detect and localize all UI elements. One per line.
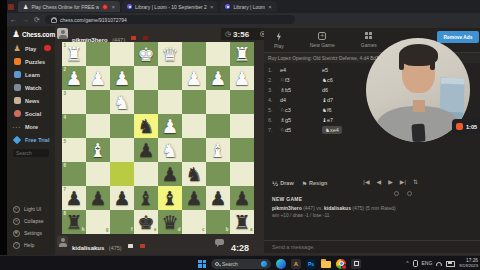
square-d3[interactable] <box>158 90 182 114</box>
square-b8[interactable]: b <box>206 210 230 234</box>
taskbar-date: 9/19/2023 <box>459 264 478 269</box>
square-f4[interactable] <box>110 114 134 138</box>
half-point-icon: ½ <box>272 180 278 187</box>
tab-loom-2[interactable]: Library | Loom × <box>220 1 276 12</box>
windows-start-icon[interactable] <box>198 260 206 268</box>
black-bishop-e7[interactable]: ♝ <box>134 186 158 210</box>
black-pawn-b7[interactable]: ♟ <box>206 186 230 210</box>
square-e2[interactable] <box>134 66 158 90</box>
white-move[interactable]: ♘c3 <box>280 107 322 113</box>
white-move[interactable]: ♘d5 <box>280 127 322 133</box>
white-bishop-g5[interactable]: ♝ <box>86 138 110 162</box>
square-f2[interactable]: ♟ <box>110 66 134 90</box>
top-clock-time: 3:56 <box>233 30 249 39</box>
rank-label: 6 <box>64 164 67 169</box>
recording-indicator-icon <box>102 4 108 10</box>
streamer-hair-side <box>399 56 404 70</box>
puzzle-icon <box>13 58 21 66</box>
white-pawn-d4[interactable]: ♟ <box>158 114 182 138</box>
learn-icon <box>13 71 21 79</box>
square-c1[interactable] <box>182 42 206 66</box>
square-a3[interactable] <box>230 90 254 114</box>
square-b2[interactable]: ♟ <box>206 66 230 90</box>
white-move[interactable]: ♘f3 <box>280 77 322 83</box>
white-bishop-b5[interactable]: ♝ <box>206 138 230 162</box>
stop-recording-icon[interactable] <box>456 123 463 130</box>
square-h7[interactable]: 7♟ <box>62 186 86 210</box>
remove-ads-button[interactable]: Remove Ads <box>437 31 479 43</box>
sidebar-item-light-ui[interactable]: ◐Light UI <box>7 203 55 215</box>
white-king-e1[interactable]: ♚ <box>134 42 158 66</box>
move-number: 7. <box>268 127 280 133</box>
new-game-header: NEW GAME <box>272 196 472 202</box>
square-g3[interactable] <box>86 90 110 114</box>
lightning-icon <box>276 32 282 41</box>
white-move[interactable]: ♗g5 <box>280 117 322 123</box>
screen: ♟ Play Chess Online for FREE w × Library… <box>0 0 480 270</box>
square-e1[interactable]: ♚ <box>134 42 158 66</box>
square-h1[interactable]: 1♜ <box>62 42 86 66</box>
square-c6[interactable]: ♞ <box>182 162 206 186</box>
square-f8[interactable]: f <box>110 210 134 234</box>
rating-odds: win +10 / draw -1 / lose -11 <box>272 213 472 218</box>
logo-text: Chess.com <box>22 31 55 38</box>
refresh-icon[interactable]: ⟳ <box>34 16 40 23</box>
sidebar-item-help[interactable]: ?Help <box>7 239 55 251</box>
square-d2[interactable] <box>158 66 182 90</box>
square-g2[interactable]: ♟ <box>86 66 110 90</box>
bottom-player-clock: 4:28 <box>231 237 249 255</box>
recording-widget: 1:05 <box>452 119 480 134</box>
url-text: chess.com/game/9191072794 <box>60 17 127 23</box>
black-pawn-f7[interactable]: ♟ <box>110 186 134 210</box>
move-number: 6. <box>268 117 280 123</box>
rank-label: 5 <box>64 140 67 145</box>
language-indicator[interactable]: ENG <box>422 261 433 266</box>
browser-tab-bar: ♟ Play Chess Online for FREE w × Library… <box>0 0 480 13</box>
white-pawn-a2[interactable]: ♟ <box>230 66 254 90</box>
black-pawn-d6[interactable]: ♟ <box>158 162 182 186</box>
black-move[interactable]: d6 <box>322 87 368 93</box>
bottom-player-name[interactable]: kidalisakus <box>72 245 104 251</box>
move-nav-icons: |◀ ◀ ▶ ▶| ⇅ <box>363 178 418 185</box>
square-c2[interactable]: ♟ <box>182 66 206 90</box>
time-control: (5 min Rated) <box>365 205 395 211</box>
square-d6[interactable]: ♟ <box>158 162 182 186</box>
black-move[interactable]: ♞f6 <box>322 107 368 113</box>
system-tray: ^ ENG 17:26 9/19/2023 <box>406 256 478 270</box>
close-tab-icon[interactable]: × <box>210 4 214 10</box>
taskbar: Search A Ps ^ ENG 17:26 9/19/2023 <box>0 255 480 270</box>
square-d5[interactable]: ♞ <box>158 138 182 162</box>
prev-move-icon[interactable]: ◀ <box>377 178 382 185</box>
sidebar-item-news[interactable]: News <box>7 94 55 107</box>
square-a8[interactable]: a♜ <box>230 210 254 234</box>
chess-board: 1♜♚♛♜2♟♟♟♟♟♟3♞4♞♟5♝♟♞♝6♟♞7♟♟♟♝♝♟♟♟8h♜gfe… <box>62 42 254 234</box>
sidebar-item-watch[interactable]: Watch <box>7 81 55 94</box>
edge-icon[interactable] <box>276 259 286 269</box>
square-b1[interactable] <box>206 42 230 66</box>
white-queen-d1[interactable]: ♛ <box>158 42 182 66</box>
chat-input[interactable]: Send a message. <box>264 240 480 253</box>
tab-chess[interactable]: ♟ Play Chess Online for FREE w × <box>18 1 120 12</box>
move-number: 5. <box>268 107 280 113</box>
square-c3[interactable] <box>182 90 206 114</box>
square-a2[interactable]: ♟ <box>230 66 254 90</box>
black-pawn-h7[interactable]: ♟ <box>62 186 86 210</box>
bottom-player-flag2-icon <box>140 244 145 248</box>
sidebar-item-play[interactable]: ♟Play <box>7 42 55 55</box>
taskbar-search-input[interactable]: Search <box>211 259 271 269</box>
square-h4[interactable]: 4 <box>62 114 86 138</box>
square-c8[interactable]: c <box>182 210 206 234</box>
square-h8[interactable]: 8h♜ <box>62 210 86 234</box>
white-pawn-b2[interactable]: ♟ <box>206 66 230 90</box>
light-ui-icon: ◐ <box>13 206 20 213</box>
flip-board-icon[interactable]: ⇅ <box>413 178 418 185</box>
file-explorer-icon[interactable] <box>321 259 331 269</box>
square-d4[interactable]: ♟ <box>158 114 182 138</box>
tab-title: Library | Loom <box>233 4 265 10</box>
tab-title: Play Chess Online for FREE w <box>31 4 99 10</box>
pawn-icon: ♟ <box>13 45 21 53</box>
square-f1[interactable] <box>110 42 134 66</box>
tab-games[interactable]: Games <box>361 32 377 49</box>
square-e3[interactable] <box>134 90 158 114</box>
streamer-hair-side <box>430 56 435 70</box>
resign-flag-icon: ⚑ <box>302 180 307 187</box>
square-b3[interactable] <box>206 90 230 114</box>
square-h5[interactable]: 5 <box>62 138 86 162</box>
white-move[interactable]: ♗b5 <box>280 87 322 93</box>
square-f6[interactable] <box>110 162 134 186</box>
app-icon-a[interactable]: A <box>291 259 301 269</box>
square-e8[interactable]: e♚ <box>134 210 158 234</box>
sidebar-item-free-trial[interactable]: Free Trial <box>7 133 55 146</box>
square-e4[interactable]: ♞ <box>134 114 158 138</box>
collapse-icon: « <box>13 218 20 225</box>
black-knight-c6[interactable]: ♞ <box>182 162 206 186</box>
microphone <box>411 124 425 142</box>
more-icon: ··· <box>13 123 21 131</box>
move-number: 4. <box>268 97 280 103</box>
grid-icon <box>365 32 373 40</box>
tray-mic-icon[interactable] <box>413 260 418 267</box>
file-label: f <box>131 228 133 233</box>
lock-icon <box>51 18 57 23</box>
white-rook-h1[interactable]: ♜ <box>62 42 86 66</box>
square-c4[interactable] <box>182 114 206 138</box>
square-b5[interactable]: ♝ <box>206 138 230 162</box>
bottom-player-rating: (475) <box>109 245 122 251</box>
square-g5[interactable]: ♝ <box>86 138 110 162</box>
white-knight-d5[interactable]: ♞ <box>158 138 182 162</box>
help-icon: ? <box>13 242 20 249</box>
square-g1[interactable] <box>86 42 110 66</box>
social-icon <box>13 110 21 118</box>
chat-bubble-icon[interactable] <box>215 239 224 245</box>
black-move[interactable]: e5 <box>322 67 368 73</box>
square-h3[interactable]: 3 <box>62 90 86 114</box>
url-field[interactable]: chess.com/game/9191072794 <box>45 15 295 24</box>
resign-button[interactable]: ⚑ Resign <box>302 180 328 187</box>
white-pawn-f2[interactable]: ♟ <box>110 66 134 90</box>
draw-button[interactable]: ½ Draw <box>272 180 294 187</box>
taskbar-clock[interactable]: 17:26 9/19/2023 <box>459 258 478 268</box>
white-pawn-g2[interactable]: ♟ <box>86 66 110 90</box>
recording-time: 1:05 <box>466 124 477 130</box>
sidebar-items: ♟PlayPuzzlesLearnWatchNewsSocial···MoreF… <box>7 42 55 146</box>
square-b6[interactable] <box>206 162 230 186</box>
white-pawn-h2[interactable]: ♟ <box>62 66 86 90</box>
square-d7[interactable]: ♝ <box>158 186 182 210</box>
square-h2[interactable]: 2♟ <box>62 66 86 90</box>
rank-label: 3 <box>64 92 67 97</box>
gear-icon: ✱ <box>13 230 20 237</box>
tab-play[interactable]: Play <box>274 32 284 49</box>
sidebar: ♟ Chess.com ♟PlayPuzzlesLearnWatchNewsSo… <box>7 26 55 255</box>
streamer-neck <box>413 100 425 112</box>
black-rook-h8[interactable]: ♜ <box>62 210 86 234</box>
loom-favicon <box>127 4 132 9</box>
tab-title: Library | Loom - 10 September 2 <box>135 4 207 10</box>
square-b4[interactable] <box>206 114 230 138</box>
snipping-tool-icon[interactable] <box>351 259 361 269</box>
tab-loom-1[interactable]: Library | Loom - 10 September 2 × <box>122 1 218 12</box>
move-number: 2. <box>268 77 280 83</box>
news-icon <box>13 97 21 105</box>
black-move[interactable]: ♞xe4 <box>322 127 368 133</box>
square-g7[interactable]: ♟ <box>86 186 110 210</box>
black-rook-a8[interactable]: ♜ <box>230 210 254 234</box>
loom-favicon <box>225 4 230 9</box>
address-bar: ← → ⟳ chess.com/game/9191072794 <box>0 13 480 26</box>
sidebar-item-more[interactable]: ···More <box>7 120 55 133</box>
black-pawn-e5[interactable]: ♟ <box>134 138 158 162</box>
matchup-line: pikmin3hero (447) vs. kidalisakus (475) … <box>272 205 472 211</box>
chesscom-logo[interactable]: ♟ Chess.com <box>7 26 55 42</box>
black-bishop-d7[interactable]: ♝ <box>158 186 182 210</box>
chess-pawn-favicon: ♟ <box>23 4 28 10</box>
square-a4[interactable] <box>230 114 254 138</box>
black-knight-e4[interactable]: ♞ <box>134 114 158 138</box>
white-move[interactable]: d4 <box>280 97 322 103</box>
square-a7[interactable]: ♟ <box>230 186 254 210</box>
search-icon <box>215 262 219 266</box>
last-move-icon[interactable]: ▶| <box>400 178 406 185</box>
bing-icon <box>261 261 267 267</box>
white-rook-a1[interactable]: ♜ <box>230 42 254 66</box>
move-number: 3. <box>268 87 280 93</box>
file-label: g <box>106 228 109 233</box>
close-tab-icon[interactable]: × <box>268 4 272 10</box>
rank-label: 4 <box>64 116 67 121</box>
sidebar-item-social[interactable]: Social <box>7 107 55 120</box>
black-pawn-c7[interactable]: ♟ <box>182 186 206 210</box>
square-a5[interactable] <box>230 138 254 162</box>
new-game-summary: NEW GAME pikmin3hero (447) vs. kidalisak… <box>272 196 472 218</box>
black-move[interactable]: ♝e7 <box>322 117 368 123</box>
bottom-player-flag-icon <box>128 244 133 248</box>
photoshop-icon[interactable]: Ps <box>306 259 316 269</box>
square-a1[interactable]: ♜ <box>230 42 254 66</box>
tab-new-game[interactable]: + New Game <box>310 32 335 49</box>
square-f7[interactable]: ♟ <box>110 186 134 210</box>
plus-icon: + <box>318 32 326 40</box>
watch-icon <box>13 84 21 92</box>
forward-icon[interactable]: → <box>22 16 29 23</box>
wifi-icon[interactable] <box>436 262 442 266</box>
sidebar-item-learn[interactable]: Learn <box>7 68 55 81</box>
square-f3[interactable]: ♞ <box>110 90 134 114</box>
white-move[interactable]: e4 <box>280 67 322 73</box>
square-g8[interactable]: g <box>86 210 110 234</box>
sidebar-item-collapse[interactable]: «Collapse <box>7 215 55 227</box>
square-e7[interactable]: ♝ <box>134 186 158 210</box>
top-player-avatar[interactable] <box>57 28 68 39</box>
black-move[interactable]: ♞c6 <box>322 77 368 83</box>
black-move[interactable]: ♝d7 <box>322 97 368 103</box>
battery-icon[interactable] <box>446 261 455 267</box>
tray-chevron-icon[interactable]: ^ <box>406 261 408 266</box>
sidebar-item-settings[interactable]: ✱Settings <box>7 227 55 239</box>
square-g4[interactable] <box>86 114 110 138</box>
white-knight-f3[interactable]: ♞ <box>110 90 134 114</box>
back-icon[interactable]: ← <box>10 16 17 23</box>
top-player-flag-icon <box>131 36 136 40</box>
square-e5[interactable]: ♟ <box>134 138 158 162</box>
square-f5[interactable] <box>110 138 134 162</box>
window-edge <box>0 0 7 255</box>
black-name[interactable]: kidalisakus <box>324 205 351 211</box>
black-queen-d8[interactable]: ♛ <box>158 210 182 234</box>
sidebar-footer: ◐Light UI«Collapse✱Settings?Help <box>7 203 55 251</box>
close-tab-icon[interactable]: × <box>111 4 115 10</box>
first-move-icon[interactable]: |◀ <box>363 178 369 185</box>
square-h6[interactable]: 6 <box>62 162 86 186</box>
bottom-player-avatar[interactable] <box>57 236 68 247</box>
square-d1[interactable]: ♛ <box>158 42 182 66</box>
black-pawn-a7[interactable]: ♟ <box>230 186 254 210</box>
square-a6[interactable] <box>230 162 254 186</box>
square-e6[interactable] <box>134 162 158 186</box>
chrome-icon[interactable] <box>336 259 346 269</box>
white-pawn-c2[interactable]: ♟ <box>182 66 206 90</box>
square-d8[interactable]: d♛ <box>158 210 182 234</box>
diamond-icon <box>13 136 21 144</box>
next-move-icon[interactable]: ▶ <box>388 178 393 185</box>
sidebar-item-puzzles[interactable]: Puzzles <box>7 55 55 68</box>
square-c5[interactable] <box>182 138 206 162</box>
file-label: c <box>202 228 205 233</box>
file-label: b <box>226 228 229 233</box>
white-name[interactable]: pikmin3hero <box>272 205 302 211</box>
chrome-notification-dot <box>341 264 347 270</box>
logo-pawn-icon: ♟ <box>12 30 20 39</box>
black-king-e8[interactable]: ♚ <box>134 210 158 234</box>
notification-badge <box>44 45 51 51</box>
square-c7[interactable]: ♟ <box>182 186 206 210</box>
sidebar-search-input[interactable]: Search <box>13 149 49 157</box>
top-player-flag2-icon <box>143 36 148 40</box>
clock-icon: ◷ <box>225 31 231 38</box>
bottom-clock-time: 4:28 <box>231 243 249 253</box>
square-b7[interactable]: ♟ <box>206 186 230 210</box>
square-g6[interactable] <box>86 162 110 186</box>
black-pawn-g7[interactable]: ♟ <box>86 186 110 210</box>
move-number: 1. <box>268 67 280 73</box>
browser-profile-icon[interactable] <box>8 4 14 10</box>
